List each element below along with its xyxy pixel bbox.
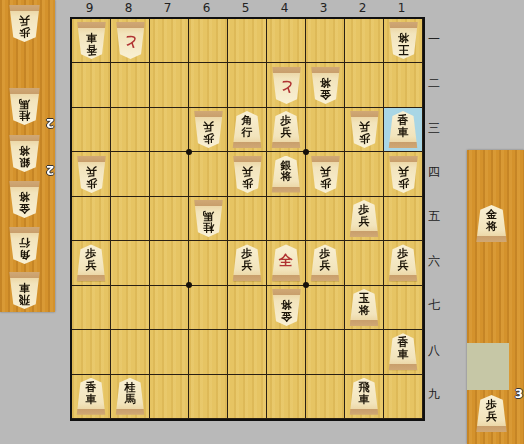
shogi-piece-金将-gote[interactable]: 金将 (8, 181, 41, 218)
rank-labels: 一二三四五六七八九 (423, 17, 445, 417)
square-43[interactable]: 歩兵 (267, 108, 306, 152)
square-61[interactable] (189, 19, 228, 63)
square-13[interactable]: 香車 (384, 108, 423, 152)
file-label-8: 8 (109, 0, 148, 16)
shogi-piece-金将-sente[interactable]: 金将 (475, 205, 508, 242)
square-99[interactable]: 香車 (72, 375, 111, 419)
square-39[interactable] (306, 375, 345, 419)
rank-label-9: 九 (423, 386, 445, 403)
square-29[interactable]: 飛車 (345, 375, 384, 419)
shogi-piece-歩兵-sente[interactable]: 歩兵 (349, 200, 380, 237)
gote-hand-item-飛車[interactable]: 飛車 (8, 272, 46, 312)
piece-kanji: と (123, 35, 137, 50)
piece-kanji: 車 (86, 394, 97, 406)
shogi-piece-歩兵-gote[interactable]: 歩兵 (8, 5, 41, 42)
shogi-piece-桂馬-sente[interactable]: 桂馬 (115, 378, 146, 415)
rank-label-2: 二 (423, 75, 445, 92)
shogi-piece-角行-sente[interactable]: 角行 (232, 111, 263, 148)
piece-kanji: 車 (359, 394, 370, 406)
hand-slot-highlight[interactable] (467, 343, 509, 390)
piece-kanji: 飛 (19, 293, 30, 305)
square-58[interactable] (228, 330, 267, 374)
square-69[interactable] (189, 375, 228, 419)
square-33[interactable] (306, 108, 345, 152)
piece-kanji: 将 (19, 144, 30, 156)
shogi-piece-歩兵-sente[interactable]: 歩兵 (232, 244, 263, 281)
file-label-2: 2 (343, 0, 382, 16)
piece-kanji: 兵 (86, 165, 97, 177)
square-51[interactable] (228, 19, 267, 63)
piece-kanji: 兵 (19, 14, 30, 26)
shogi-piece-香車-gote[interactable]: 香車 (76, 22, 107, 59)
rank-label-6: 六 (423, 253, 445, 270)
square-32[interactable]: 金将 (306, 63, 345, 107)
shogi-piece-全-sente[interactable]: 全 (271, 244, 302, 281)
file-label-7: 7 (148, 0, 187, 16)
square-98[interactable] (72, 330, 111, 374)
shogi-piece-銀将-sente[interactable]: 銀将 (271, 156, 302, 193)
shogi-piece-玉将-sente[interactable]: 玉将 (349, 289, 380, 326)
captured-count-badge: 2 (46, 116, 54, 130)
square-89[interactable]: 桂馬 (111, 375, 150, 419)
piece-kanji: 兵 (86, 260, 97, 272)
piece-kanji: と (279, 80, 293, 95)
piece-kanji: 歩 (86, 177, 97, 189)
square-16[interactable]: 歩兵 (384, 241, 423, 285)
square-34[interactable]: 歩兵 (306, 152, 345, 196)
piece-kanji: 歩 (242, 177, 253, 189)
square-64[interactable] (189, 152, 228, 196)
square-35[interactable] (306, 197, 345, 241)
square-86[interactable] (111, 241, 150, 285)
rank-label-8: 八 (423, 342, 445, 359)
piece-kanji: 兵 (242, 165, 253, 177)
piece-kanji: 香 (86, 382, 97, 394)
shogi-piece-桂馬-gote[interactable]: 桂馬 (193, 200, 224, 237)
square-23[interactable]: 歩兵 (345, 108, 384, 152)
piece-kanji: 将 (320, 76, 331, 88)
square-76[interactable] (150, 241, 189, 285)
square-37[interactable] (306, 286, 345, 330)
square-97[interactable] (72, 286, 111, 330)
piece-kanji: 兵 (320, 260, 331, 272)
square-94[interactable]: 歩兵 (72, 152, 111, 196)
square-41[interactable] (267, 19, 306, 63)
square-67[interactable] (189, 286, 228, 330)
piece-kanji: 桂 (203, 221, 214, 233)
square-27[interactable]: 玉将 (345, 286, 384, 330)
shogi-piece-歩兵-gote[interactable]: 歩兵 (193, 111, 224, 148)
square-81[interactable]: と (111, 19, 150, 63)
file-label-6: 6 (187, 0, 226, 16)
piece-kanji: 馬 (203, 209, 214, 221)
piece-kanji: 将 (281, 298, 292, 310)
file-label-3: 3 (304, 0, 343, 16)
square-95[interactable] (72, 197, 111, 241)
piece-kanji: 将 (398, 31, 409, 43)
gote-captured-stand: 歩兵桂馬2銀将2金将角行飛車 (0, 0, 55, 312)
shogi-piece-歩兵-gote[interactable]: 歩兵 (388, 156, 419, 193)
square-54[interactable]: 歩兵 (228, 152, 267, 196)
square-49[interactable] (267, 375, 306, 419)
square-59[interactable] (228, 375, 267, 419)
piece-kanji: 金 (281, 310, 292, 322)
square-36[interactable]: 歩兵 (306, 241, 345, 285)
shogi-piece-香車-sente[interactable]: 香車 (388, 111, 419, 148)
square-12[interactable] (384, 63, 423, 107)
shogi-piece-銀将-gote[interactable]: 銀将 (8, 135, 41, 172)
square-14[interactable]: 歩兵 (384, 152, 423, 196)
piece-kanji: 車 (398, 349, 409, 361)
square-18[interactable]: 香車 (384, 330, 423, 374)
square-42[interactable]: と (267, 63, 306, 107)
piece-kanji: 馬 (125, 394, 136, 406)
piece-kanji: 行 (19, 236, 30, 248)
piece-kanji: 玉 (359, 293, 370, 305)
piece-kanji: 角 (19, 248, 30, 260)
square-96[interactable]: 歩兵 (72, 241, 111, 285)
square-15[interactable] (384, 197, 423, 241)
square-75[interactable] (150, 197, 189, 241)
square-44[interactable]: 銀将 (267, 152, 306, 196)
piece-kanji: 兵 (359, 216, 370, 228)
gote-hand-item-歩兵[interactable]: 歩兵 (8, 5, 46, 45)
gote-hand-item-桂馬[interactable]: 桂馬2 (8, 88, 46, 128)
square-22[interactable] (345, 63, 384, 107)
piece-kanji: 銀 (19, 156, 30, 168)
square-79[interactable] (150, 375, 189, 419)
piece-kanji: 兵 (281, 127, 292, 139)
piece-kanji: 兵 (486, 411, 497, 423)
square-74[interactable] (150, 152, 189, 196)
rank-label-7: 七 (423, 297, 445, 314)
piece-kanji: 歩 (398, 177, 409, 189)
shogi-piece-と-gote[interactable]: と (115, 22, 146, 59)
square-78[interactable] (150, 330, 189, 374)
piece-kanji: 兵 (398, 260, 409, 272)
piece-kanji: 歩 (359, 132, 370, 144)
piece-kanji: 桂 (19, 109, 30, 121)
piece-kanji: 金 (19, 202, 30, 214)
file-label-5: 5 (226, 0, 265, 16)
square-25[interactable]: 歩兵 (345, 197, 384, 241)
shogi-piece-歩兵-gote[interactable]: 歩兵 (76, 156, 107, 193)
piece-kanji: 歩 (203, 132, 214, 144)
shogi-piece-角行-gote[interactable]: 角行 (8, 227, 41, 264)
piece-kanji: 香 (86, 43, 97, 55)
file-label-9: 9 (70, 0, 109, 16)
piece-kanji: 飛 (359, 382, 370, 394)
shogi-piece-歩兵-sente[interactable]: 歩兵 (310, 244, 341, 281)
shogi-piece-歩兵-sente[interactable]: 歩兵 (271, 111, 302, 148)
gote-hand-item-銀将[interactable]: 銀将2 (8, 135, 46, 175)
shogi-piece-歩兵-gote[interactable]: 歩兵 (310, 156, 341, 193)
sente-hand-item-金将[interactable]: 金将 (475, 205, 513, 245)
piece-kanji: 兵 (242, 260, 253, 272)
square-55[interactable] (228, 197, 267, 241)
shogi-piece-香車-sente[interactable]: 香車 (76, 378, 107, 415)
piece-kanji: 将 (359, 305, 370, 317)
square-85[interactable] (111, 197, 150, 241)
shogi-piece-歩兵-sente[interactable]: 歩兵 (76, 244, 107, 281)
gote-hand-item-角行[interactable]: 角行 (8, 227, 46, 267)
piece-kanji: 将 (486, 221, 497, 233)
square-57[interactable] (228, 286, 267, 330)
piece-kanji: 歩 (19, 26, 30, 38)
shogi-game-screen: 歩兵桂馬2銀将2金将角行飛車 987654321 香車と王将と金将歩兵角行歩兵歩… (0, 0, 524, 444)
square-56[interactable]: 歩兵 (228, 241, 267, 285)
piece-kanji: 行 (242, 127, 253, 139)
sente-captured-stand: 金将歩兵3 (467, 150, 524, 444)
square-66[interactable] (189, 241, 228, 285)
piece-kanji: 全 (279, 253, 293, 268)
square-17[interactable] (384, 286, 423, 330)
square-87[interactable] (111, 286, 150, 330)
square-45[interactable] (267, 197, 306, 241)
shogi-piece-と-gote[interactable]: と (271, 67, 302, 104)
square-93[interactable] (72, 108, 111, 152)
square-65[interactable]: 桂馬 (189, 197, 228, 241)
square-91[interactable]: 香車 (72, 19, 111, 63)
shogi-piece-歩兵-sente[interactable]: 歩兵 (475, 395, 508, 432)
shogi-piece-王将-gote[interactable]: 王将 (388, 22, 419, 59)
shogi-piece-金将-gote[interactable]: 金将 (271, 289, 302, 326)
shogi-piece-飛車-sente[interactable]: 飛車 (349, 378, 380, 415)
shogi-piece-歩兵-sente[interactable]: 歩兵 (388, 244, 419, 281)
piece-kanji: 兵 (320, 165, 331, 177)
square-24[interactable] (345, 152, 384, 196)
captured-count-badge: 2 (46, 163, 54, 177)
file-label-1: 1 (382, 0, 421, 16)
square-47[interactable]: 金将 (267, 286, 306, 330)
piece-kanji: 車 (86, 31, 97, 43)
square-68[interactable] (189, 330, 228, 374)
square-46[interactable]: 全 (267, 241, 306, 285)
piece-kanji: 兵 (398, 165, 409, 177)
square-31[interactable] (306, 19, 345, 63)
square-88[interactable] (111, 330, 150, 374)
square-83[interactable] (111, 108, 150, 152)
piece-kanji: 金 (320, 88, 331, 100)
square-71[interactable] (150, 19, 189, 63)
shogi-piece-金将-gote[interactable]: 金将 (310, 67, 341, 104)
shogi-piece-飛車-gote[interactable]: 飛車 (8, 272, 41, 309)
piece-kanji: 車 (19, 281, 30, 293)
piece-kanji: 馬 (19, 97, 30, 109)
rank-label-1: 一 (423, 31, 445, 48)
square-53[interactable]: 角行 (228, 108, 267, 152)
square-82[interactable] (111, 63, 150, 107)
rank-label-4: 四 (423, 164, 445, 181)
captured-count-badge: 3 (515, 387, 523, 401)
square-26[interactable] (345, 241, 384, 285)
square-19[interactable] (384, 375, 423, 419)
square-11[interactable]: 王将 (384, 19, 423, 63)
file-labels: 987654321 (70, 0, 421, 16)
square-63[interactable]: 歩兵 (189, 108, 228, 152)
board-grid: 香車と王将と金将歩兵角行歩兵歩兵香車歩兵歩兵銀将歩兵歩兵桂馬歩兵歩兵歩兵全歩兵歩… (70, 17, 425, 421)
file-label-4: 4 (265, 0, 304, 16)
piece-kanji: 桂 (125, 382, 136, 394)
square-21[interactable] (345, 19, 384, 63)
shogi-piece-桂馬-gote[interactable]: 桂馬 (8, 88, 41, 125)
square-73[interactable] (150, 108, 189, 152)
square-72[interactable] (150, 63, 189, 107)
square-28[interactable] (345, 330, 384, 374)
piece-kanji: 王 (398, 43, 409, 55)
square-38[interactable] (306, 330, 345, 374)
shogi-piece-香車-sente[interactable]: 香車 (388, 333, 419, 370)
square-52[interactable] (228, 63, 267, 107)
square-48[interactable] (267, 330, 306, 374)
square-92[interactable] (72, 63, 111, 107)
piece-kanji: 将 (19, 190, 30, 202)
piece-kanji: 歩 (320, 177, 331, 189)
square-62[interactable] (189, 63, 228, 107)
shogi-piece-歩兵-gote[interactable]: 歩兵 (232, 156, 263, 193)
piece-kanji: 将 (281, 171, 292, 183)
square-84[interactable] (111, 152, 150, 196)
square-77[interactable] (150, 286, 189, 330)
piece-kanji: 兵 (203, 120, 214, 132)
gote-hand-item-金将[interactable]: 金将 (8, 181, 46, 221)
shogi-piece-歩兵-gote[interactable]: 歩兵 (349, 111, 380, 148)
rank-label-5: 五 (423, 208, 445, 225)
piece-kanji: 車 (398, 127, 409, 139)
piece-kanji: 兵 (359, 120, 370, 132)
sente-hand-item-歩兵[interactable]: 歩兵3 (475, 395, 513, 435)
rank-label-3: 三 (423, 120, 445, 137)
